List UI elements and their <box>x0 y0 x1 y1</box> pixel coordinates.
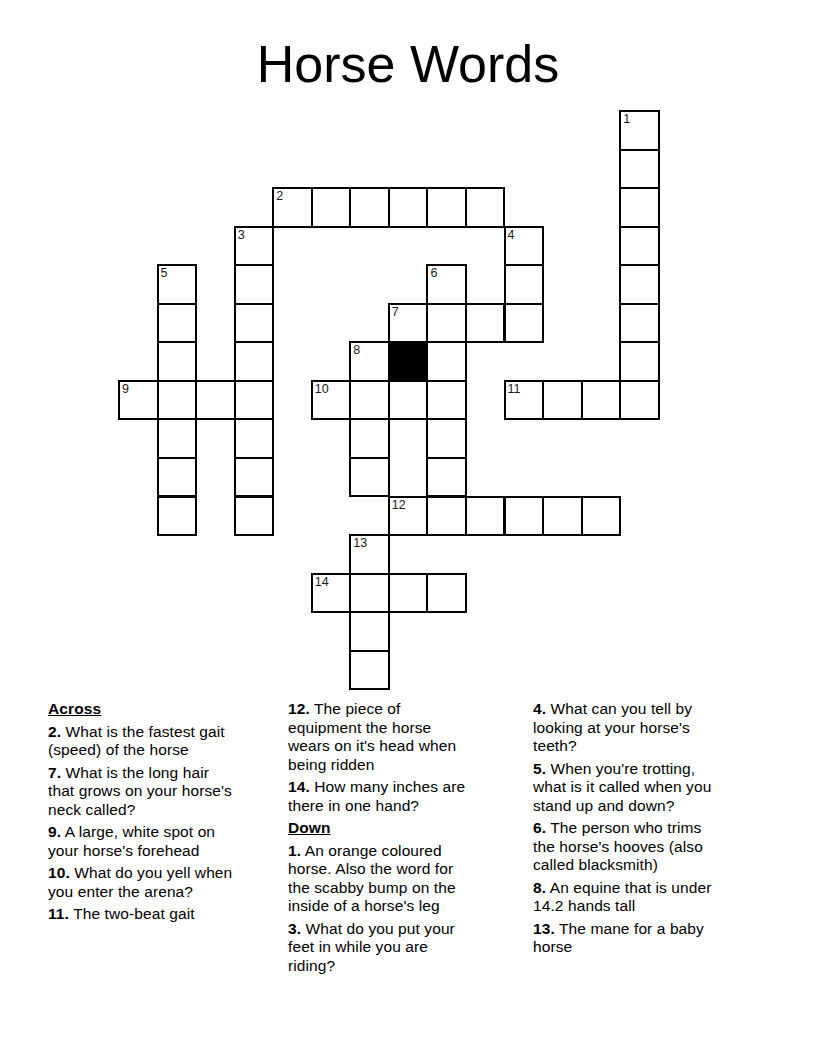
cell-number: 11 <box>508 382 521 396</box>
grid-cell[interactable] <box>157 457 198 498</box>
grid-cell[interactable] <box>157 303 198 344</box>
clues-column-2: 12. The piece of equipment the horse wea… <box>288 700 477 979</box>
clue-text: The mane for a baby horse <box>533 920 704 956</box>
clue-item: 5. When you're trotting, what is it call… <box>533 760 719 816</box>
grid-cell[interactable] <box>349 611 390 652</box>
grid-cell[interactable] <box>234 264 275 305</box>
clue-number: 12. <box>288 700 310 717</box>
grid-cell[interactable] <box>465 303 506 344</box>
cell-number: 12 <box>392 498 406 512</box>
clue-item: 4. What can you tell by looking at your … <box>533 700 719 756</box>
across-header: Across <box>48 700 234 719</box>
clue-number: 2. <box>48 723 61 740</box>
grid-cell[interactable] <box>619 226 660 267</box>
grid-cell[interactable]: 8 <box>349 341 390 382</box>
grid-cell[interactable] <box>349 187 390 228</box>
clue-item: 7. What is the long hair that grows on y… <box>48 764 234 820</box>
grid-cell[interactable] <box>542 380 583 421</box>
clue-text: An orange coloured horse. Also the word … <box>288 842 456 915</box>
grid-cell[interactable] <box>234 303 275 344</box>
grid-cell[interactable]: 2 <box>272 187 313 228</box>
grid-cell[interactable] <box>234 341 275 382</box>
clue-item: 9. A large, white spot on your horse's f… <box>48 823 234 860</box>
grid-cell[interactable] <box>349 650 390 691</box>
grid-cell[interactable] <box>426 418 467 459</box>
grid-cell[interactable] <box>426 496 467 537</box>
clue-item: 6. The person who trims the horse's hoov… <box>533 819 719 875</box>
clue-item: 3. What do you put your feet in while yo… <box>288 920 477 976</box>
grid-cell[interactable] <box>234 380 275 421</box>
clue-item: 12. The piece of equipment the horse wea… <box>288 700 477 774</box>
grid-cell[interactable] <box>581 496 622 537</box>
clue-text: When you're trotting, what is it called … <box>533 760 711 814</box>
grid-cell[interactable] <box>581 380 622 421</box>
clues-column-1: Across2. What is the fastest gait (speed… <box>48 700 234 928</box>
cell-number: 13 <box>353 536 367 550</box>
cell-number: 1 <box>623 112 630 126</box>
grid-cell[interactable] <box>542 496 583 537</box>
clue-number: 5. <box>533 760 546 777</box>
grid-cell[interactable] <box>465 496 506 537</box>
grid-cell[interactable]: 9 <box>118 380 159 421</box>
grid-cell[interactable]: 11 <box>504 380 545 421</box>
grid-cell[interactable] <box>619 149 660 190</box>
grid-cell[interactable]: 4 <box>504 226 545 267</box>
clue-number: 1. <box>288 842 301 859</box>
clue-number: 6. <box>533 819 546 836</box>
grid-cell[interactable]: 1 <box>619 110 660 151</box>
grid-cell[interactable] <box>388 187 429 228</box>
cell-number: 2 <box>276 189 283 203</box>
cell-number: 3 <box>238 228 245 242</box>
clue-text: What do you put your feet in while you a… <box>288 920 455 974</box>
clue-text: What do you yell when you enter the aren… <box>48 864 232 900</box>
grid-cell[interactable]: 14 <box>311 573 352 614</box>
grid-cell[interactable] <box>157 341 198 382</box>
grid-cell[interactable]: 7 <box>388 303 429 344</box>
grid-cell[interactable] <box>349 457 390 498</box>
cell-number: 6 <box>430 266 437 280</box>
clue-text: The piece of equipment the horse wears o… <box>288 700 456 773</box>
grid-cell[interactable] <box>388 573 429 614</box>
grid-cell[interactable] <box>426 380 467 421</box>
grid-cell[interactable] <box>619 187 660 228</box>
clue-text: What is the fastest gait (speed) of the … <box>48 723 225 759</box>
cell-number: 10 <box>315 382 329 396</box>
grid-cell[interactable] <box>426 187 467 228</box>
clue-item: 13. The mane for a baby horse <box>533 920 719 957</box>
clue-text: The two-beat gait <box>69 905 195 922</box>
clue-item: 14. How many inches are there in one han… <box>288 778 477 815</box>
grid-cell[interactable]: 10 <box>311 380 352 421</box>
grid-cell[interactable]: 6 <box>426 264 467 305</box>
grid-cell[interactable] <box>426 303 467 344</box>
grid-cell[interactable] <box>619 264 660 305</box>
clue-number: 11. <box>48 905 69 922</box>
clue-item: 11. The two-beat gait <box>48 905 234 924</box>
cell-number: 8 <box>353 343 360 357</box>
black-cell <box>388 341 429 382</box>
cell-number: 9 <box>122 382 129 396</box>
clue-text: What can you tell by looking at your hor… <box>533 700 692 754</box>
clues-column-3: 4. What can you tell by looking at your … <box>533 700 719 961</box>
grid-cell[interactable] <box>619 341 660 382</box>
grid-cell[interactable] <box>234 457 275 498</box>
grid-cell[interactable] <box>619 380 660 421</box>
clue-text: What is the long hair that grows on your… <box>48 764 232 818</box>
grid-cell[interactable] <box>234 418 275 459</box>
clue-number: 14. <box>288 778 310 795</box>
grid-cell[interactable]: 13 <box>349 534 390 575</box>
grid-cell[interactable] <box>504 303 545 344</box>
grid-cell[interactable] <box>157 496 198 537</box>
clue-text: How many inches are there in one hand? <box>288 778 465 814</box>
grid-cell[interactable] <box>349 573 390 614</box>
clue-number: 10. <box>48 864 70 881</box>
clue-number: 3. <box>288 920 301 937</box>
cell-number: 7 <box>392 305 399 319</box>
clue-number: 9. <box>48 823 61 840</box>
grid-cell[interactable] <box>426 573 467 614</box>
cell-number: 14 <box>315 575 329 589</box>
grid-cell[interactable] <box>349 380 390 421</box>
grid-cell[interactable] <box>388 380 429 421</box>
cell-number: 5 <box>161 266 168 280</box>
clue-text: An equine that is under 14.2 hands tall <box>533 879 711 915</box>
grid-cell[interactable] <box>349 418 390 459</box>
clue-number: 8. <box>533 879 546 896</box>
grid-cell[interactable] <box>311 187 352 228</box>
clue-text: The person who trims the horse's hooves … <box>533 819 703 873</box>
clue-number: 7. <box>48 764 61 781</box>
grid-cell[interactable] <box>426 341 467 382</box>
grid-cell[interactable] <box>619 303 660 344</box>
clue-item: 8. An equine that is under 14.2 hands ta… <box>533 879 719 916</box>
clue-item: 2. What is the fastest gait (speed) of t… <box>48 723 234 760</box>
clue-item: 10. What do you yell when you enter the … <box>48 864 234 901</box>
grid-cell[interactable] <box>157 380 198 421</box>
clue-item: 1. An orange coloured horse. Also the wo… <box>288 842 477 916</box>
grid-cell[interactable] <box>504 264 545 305</box>
clue-text: A large, white spot on your horse's fore… <box>48 823 215 859</box>
clue-number: 4. <box>533 700 546 717</box>
clue-number: 13. <box>533 920 555 937</box>
grid-cell[interactable] <box>195 380 236 421</box>
grid-cell[interactable] <box>157 418 198 459</box>
grid-cell[interactable]: 12 <box>388 496 429 537</box>
grid-cell[interactable] <box>504 496 545 537</box>
grid-cell[interactable]: 5 <box>157 264 198 305</box>
grid-cell[interactable] <box>426 457 467 498</box>
grid-cell[interactable] <box>465 187 506 228</box>
grid-cell[interactable] <box>234 496 275 537</box>
crossword-grid: 1234567891011121314 <box>0 0 816 700</box>
down-header: Down <box>288 819 477 838</box>
grid-cell[interactable]: 3 <box>234 226 275 267</box>
cell-number: 4 <box>508 228 515 242</box>
